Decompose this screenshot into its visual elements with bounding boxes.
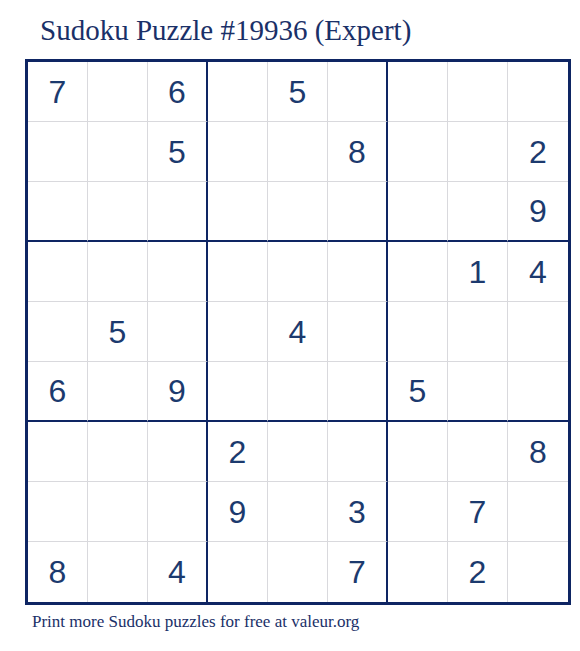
sudoku-cell-r8c2 [88,482,148,542]
sudoku-cell-r2c1 [28,122,88,182]
sudoku-cell-r6c1: 6 [28,362,88,422]
sudoku-cell-r7c5 [268,422,328,482]
page: Sudoku Puzzle #19936 (Expert) 7655829145… [0,0,580,651]
sudoku-cell-r5c3 [148,302,208,362]
sudoku-cell-r9c1: 8 [28,542,88,602]
sudoku-cell-r9c2 [88,542,148,602]
sudoku-cell-r1c1: 7 [28,62,88,122]
sudoku-cell-r4c9: 4 [508,242,568,302]
sudoku-cell-r9c4 [208,542,268,602]
page-title: Sudoku Puzzle #19936 (Expert) [40,14,411,47]
sudoku-cell-r8c5 [268,482,328,542]
sudoku-cell-r4c3 [148,242,208,302]
sudoku-cell-r2c3: 5 [148,122,208,182]
sudoku-cell-r6c5 [268,362,328,422]
sudoku-cell-r5c5: 4 [268,302,328,362]
sudoku-cell-r4c4 [208,242,268,302]
sudoku-cell-r6c3: 9 [148,362,208,422]
sudoku-cell-r9c9 [508,542,568,602]
sudoku-cell-r8c9 [508,482,568,542]
sudoku-cell-r6c4 [208,362,268,422]
sudoku-cell-r1c6 [328,62,388,122]
sudoku-cell-r1c5: 5 [268,62,328,122]
sudoku-cell-r4c7 [388,242,448,302]
sudoku-cell-r8c3 [148,482,208,542]
sudoku-cell-r5c6 [328,302,388,362]
sudoku-cell-r1c9 [508,62,568,122]
sudoku-cell-r7c1 [28,422,88,482]
sudoku-cell-r3c2 [88,182,148,242]
sudoku-cell-r4c8: 1 [448,242,508,302]
sudoku-cell-r5c9 [508,302,568,362]
sudoku-cell-r8c7 [388,482,448,542]
sudoku-cell-r4c6 [328,242,388,302]
sudoku-cell-r2c6: 8 [328,122,388,182]
sudoku-cell-r5c2: 5 [88,302,148,362]
sudoku-cell-r1c4 [208,62,268,122]
sudoku-cell-r1c3: 6 [148,62,208,122]
sudoku-cell-r3c6 [328,182,388,242]
sudoku-cell-r9c3: 4 [148,542,208,602]
sudoku-cell-r5c1 [28,302,88,362]
sudoku-cell-r7c3 [148,422,208,482]
sudoku-cell-r6c8 [448,362,508,422]
sudoku-cell-r7c9: 8 [508,422,568,482]
sudoku-cell-r4c1 [28,242,88,302]
sudoku-cell-r2c4 [208,122,268,182]
sudoku-cell-r4c2 [88,242,148,302]
sudoku-cell-r9c8: 2 [448,542,508,602]
sudoku-cell-r7c6 [328,422,388,482]
sudoku-cell-r6c2 [88,362,148,422]
footer-text: Print more Sudoku puzzles for free at va… [32,612,359,632]
sudoku-cell-r8c8: 7 [448,482,508,542]
sudoku-cell-r3c3 [148,182,208,242]
sudoku-cell-r6c6 [328,362,388,422]
sudoku-cell-r7c8 [448,422,508,482]
sudoku-grid: 76558291454695289378472 [25,59,571,605]
sudoku-cell-r1c8 [448,62,508,122]
sudoku-cell-r9c7 [388,542,448,602]
sudoku-cell-r5c4 [208,302,268,362]
sudoku-cell-r2c9: 2 [508,122,568,182]
sudoku-cell-r8c6: 3 [328,482,388,542]
sudoku-cell-r6c9 [508,362,568,422]
sudoku-cell-r3c7 [388,182,448,242]
sudoku-cell-r2c2 [88,122,148,182]
sudoku-cell-r3c8 [448,182,508,242]
sudoku-cell-r5c8 [448,302,508,362]
sudoku-cell-r2c7 [388,122,448,182]
sudoku-cell-r7c7 [388,422,448,482]
sudoku-cell-r8c4: 9 [208,482,268,542]
sudoku-cell-r4c5 [268,242,328,302]
sudoku-cell-r7c2 [88,422,148,482]
sudoku-cell-r9c5 [268,542,328,602]
sudoku-cell-r7c4: 2 [208,422,268,482]
sudoku-cell-r8c1 [28,482,88,542]
sudoku-cell-r5c7 [388,302,448,362]
sudoku-cell-r1c7 [388,62,448,122]
sudoku-cell-r2c5 [268,122,328,182]
sudoku-cell-r1c2 [88,62,148,122]
sudoku-cell-r3c4 [208,182,268,242]
sudoku-cell-r9c6: 7 [328,542,388,602]
sudoku-cell-r3c5 [268,182,328,242]
sudoku-cell-r3c1 [28,182,88,242]
sudoku-cell-r2c8 [448,122,508,182]
sudoku-cell-r6c7: 5 [388,362,448,422]
sudoku-cell-r3c9: 9 [508,182,568,242]
